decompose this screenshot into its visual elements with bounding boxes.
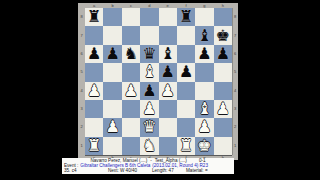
square-b6[interactable]: ♟: [103, 45, 121, 63]
square-b5[interactable]: [103, 63, 121, 81]
square-e2[interactable]: [159, 118, 177, 136]
rank-label-3: 3: [232, 100, 238, 118]
square-a5[interactable]: [85, 63, 103, 81]
game-info-panel: Navarro Perez, Manuel (....) - Test_Alph…: [62, 158, 234, 174]
square-g2[interactable]: ♟: [195, 118, 213, 136]
square-f1[interactable]: ♜: [177, 137, 195, 155]
square-c5[interactable]: [122, 63, 140, 81]
rank-labels-right: 87654321: [232, 8, 238, 155]
stats-line: 35. c4 Next: W 40/40 Length: 47 Material…: [62, 168, 234, 173]
square-d7[interactable]: [140, 26, 158, 44]
square-a4[interactable]: ♟: [85, 82, 103, 100]
square-d5[interactable]: ♝: [140, 63, 158, 81]
square-b8[interactable]: [103, 8, 121, 26]
black-pawn-piece[interactable]: ♟: [179, 63, 193, 81]
rank-label-8: 8: [78, 8, 85, 26]
white-rook-piece[interactable]: ♜: [179, 137, 193, 155]
square-g8[interactable]: [195, 8, 213, 26]
square-a8[interactable]: ♜: [85, 8, 103, 26]
square-f2[interactable]: [177, 118, 195, 136]
rank-labels-left: 87654321: [78, 8, 85, 155]
black-bishop-piece[interactable]: ♝: [197, 27, 211, 45]
square-a1[interactable]: ♜: [85, 137, 103, 155]
square-d1[interactable]: ♞: [140, 137, 158, 155]
rank-label-7: 7: [232, 26, 238, 44]
white-rook-piece[interactable]: ♜: [87, 137, 101, 155]
square-c2[interactable]: [122, 118, 140, 136]
square-f7[interactable]: [177, 26, 195, 44]
rank-label-6: 6: [232, 45, 238, 63]
chess-board: ♜♜♝♚♟♟♞♛♝♟♟♝♟♟♟♟♟♟♟♝♟♟♛♟♜♞♜♚: [85, 8, 232, 155]
square-d3[interactable]: ♟: [140, 100, 158, 118]
square-g4[interactable]: [195, 82, 213, 100]
white-pawn-piece[interactable]: ♟: [124, 82, 138, 100]
square-c4[interactable]: ♟: [122, 82, 140, 100]
material-info: Material: =: [186, 168, 208, 173]
white-knight-piece[interactable]: ♞: [142, 137, 156, 155]
square-f3[interactable]: [177, 100, 195, 118]
white-queen-piece[interactable]: ♛: [142, 118, 156, 136]
square-h7[interactable]: ♚: [214, 26, 232, 44]
black-rook-piece[interactable]: ♜: [179, 8, 193, 26]
square-b1[interactable]: [103, 137, 121, 155]
rank-label-8: 8: [232, 8, 238, 26]
square-e6[interactable]: ♝: [159, 45, 177, 63]
square-h6[interactable]: ♟: [214, 45, 232, 63]
white-bishop-piece[interactable]: ♝: [142, 63, 156, 81]
black-pawn-piece[interactable]: ♟: [142, 82, 156, 100]
square-h5[interactable]: [214, 63, 232, 81]
square-e4[interactable]: ♟: [159, 82, 177, 100]
square-b2[interactable]: ♟: [103, 118, 121, 136]
black-knight-piece[interactable]: ♞: [124, 45, 138, 63]
rank-label-7: 7: [78, 26, 85, 44]
rank-label-1: 1: [232, 137, 238, 155]
square-b4[interactable]: [103, 82, 121, 100]
rank-label-4: 4: [78, 82, 85, 100]
square-e3[interactable]: [159, 100, 177, 118]
square-f6[interactable]: [177, 45, 195, 63]
square-e7[interactable]: [159, 26, 177, 44]
square-h2[interactable]: [214, 118, 232, 136]
square-c8[interactable]: [122, 8, 140, 26]
square-a2[interactable]: [85, 118, 103, 136]
white-pawn-piece[interactable]: ♟: [105, 118, 119, 136]
next-info: Next: W 40/40: [108, 168, 152, 173]
black-queen-piece[interactable]: ♛: [142, 45, 156, 63]
black-pawn-piece[interactable]: ♟: [105, 45, 119, 63]
current-move: 35. c4: [64, 168, 108, 173]
square-d8[interactable]: [140, 8, 158, 26]
square-e1[interactable]: [159, 137, 177, 155]
square-a3[interactable]: [85, 100, 103, 118]
square-a7[interactable]: [85, 26, 103, 44]
rank-label-2: 2: [78, 118, 85, 136]
square-f4[interactable]: [177, 82, 195, 100]
square-h4[interactable]: [214, 82, 232, 100]
white-king-piece[interactable]: ♚: [197, 137, 211, 155]
white-pawn-piece[interactable]: ♟: [87, 82, 101, 100]
rank-label-4: 4: [232, 82, 238, 100]
black-pawn-piece[interactable]: ♟: [161, 63, 175, 81]
black-king-piece[interactable]: ♚: [216, 27, 230, 45]
black-pawn-piece[interactable]: ♟: [216, 45, 230, 63]
black-bishop-piece[interactable]: ♝: [161, 45, 175, 63]
square-h3[interactable]: ♟: [214, 100, 232, 118]
square-f8[interactable]: ♜: [177, 8, 195, 26]
square-c3[interactable]: [122, 100, 140, 118]
square-b3[interactable]: [103, 100, 121, 118]
rank-label-6: 6: [78, 45, 85, 63]
square-d2[interactable]: ♛: [140, 118, 158, 136]
square-e8[interactable]: [159, 8, 177, 26]
square-g5[interactable]: [195, 63, 213, 81]
rank-label-1: 1: [78, 137, 85, 155]
white-pawn-piece[interactable]: ♟: [197, 118, 211, 136]
square-g7[interactable]: ♝: [195, 26, 213, 44]
square-c7[interactable]: [122, 26, 140, 44]
square-d6[interactable]: ♛: [140, 45, 158, 63]
rank-label-3: 3: [78, 100, 85, 118]
square-g6[interactable]: ♟: [195, 45, 213, 63]
square-c1[interactable]: [122, 137, 140, 155]
square-h8[interactable]: [214, 8, 232, 26]
square-g1[interactable]: ♚: [195, 137, 213, 155]
rank-label-5: 5: [232, 63, 238, 81]
square-d4[interactable]: ♟: [140, 82, 158, 100]
black-pawn-piece[interactable]: ♟: [87, 45, 101, 63]
rank-label-2: 2: [232, 118, 238, 136]
square-g3[interactable]: ♝: [195, 100, 213, 118]
white-bishop-piece[interactable]: ♝: [197, 100, 211, 118]
chess-video-frame: abcdefgh abcdefgh 87654321 87654321 ♜♜♝♚…: [0, 0, 320, 180]
black-pawn-piece[interactable]: ♟: [197, 45, 211, 63]
rank-label-5: 5: [78, 63, 85, 81]
square-b7[interactable]: [103, 26, 121, 44]
white-pawn-piece[interactable]: ♟: [161, 82, 175, 100]
square-a6[interactable]: ♟: [85, 45, 103, 63]
board-frame: abcdefgh abcdefgh 87654321 87654321 ♜♜♝♚…: [78, 3, 238, 160]
square-h1[interactable]: [214, 137, 232, 155]
white-pawn-piece[interactable]: ♟: [142, 100, 156, 118]
white-pawn-piece[interactable]: ♟: [216, 100, 230, 118]
square-f5[interactable]: ♟: [177, 63, 195, 81]
square-e5[interactable]: ♟: [159, 63, 177, 81]
square-c6[interactable]: ♞: [122, 45, 140, 63]
black-rook-piece[interactable]: ♜: [87, 8, 101, 26]
length-info: Length: 47: [152, 168, 186, 173]
